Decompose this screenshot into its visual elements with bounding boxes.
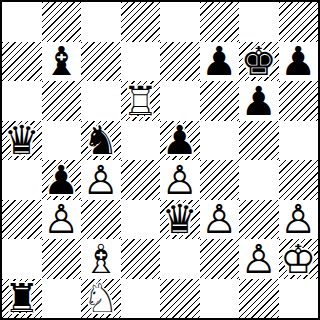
piece-black-queen-icon: ♛ bbox=[2, 121, 42, 161]
square-c6[interactable] bbox=[81, 81, 121, 121]
white-king-backing: ♚ bbox=[279, 239, 319, 279]
chess-board-frame: ♝♟♚♟♜♖♟♛♞♟♟♟♙♟♙♟♙♛♟♙♟♙♝♗♟♙♚♔♜♞♘ bbox=[0, 0, 320, 320]
square-e3[interactable]: ♛ bbox=[160, 200, 200, 240]
square-b2[interactable] bbox=[42, 239, 82, 279]
piece-white-pawn-icon: ♙ bbox=[239, 239, 279, 279]
square-e4[interactable]: ♟♙ bbox=[160, 160, 200, 200]
square-h7[interactable]: ♟ bbox=[279, 42, 319, 82]
piece-black-pawn-icon: ♟ bbox=[200, 42, 240, 82]
piece-white-pawn-icon: ♙ bbox=[81, 160, 121, 200]
square-e8[interactable] bbox=[160, 2, 200, 42]
square-c7[interactable] bbox=[81, 42, 121, 82]
square-b3[interactable]: ♟♙ bbox=[42, 200, 82, 240]
square-b6[interactable] bbox=[42, 81, 82, 121]
square-b5[interactable] bbox=[42, 121, 82, 161]
square-c1[interactable]: ♞♘ bbox=[81, 279, 121, 319]
piece-black-pawn-icon: ♟ bbox=[279, 42, 319, 82]
square-h1[interactable] bbox=[279, 279, 319, 319]
square-f2[interactable] bbox=[200, 239, 240, 279]
white-pawn-backing: ♟ bbox=[239, 239, 279, 279]
square-d7[interactable] bbox=[121, 42, 161, 82]
square-g3[interactable] bbox=[239, 200, 279, 240]
square-f7[interactable]: ♟ bbox=[200, 42, 240, 82]
square-e7[interactable] bbox=[160, 42, 200, 82]
square-g5[interactable] bbox=[239, 121, 279, 161]
square-h8[interactable] bbox=[279, 2, 319, 42]
square-a2[interactable] bbox=[2, 239, 42, 279]
square-c4[interactable]: ♟♙ bbox=[81, 160, 121, 200]
square-f6[interactable] bbox=[200, 81, 240, 121]
white-knight-backing: ♞ bbox=[81, 279, 121, 319]
square-c5[interactable]: ♞ bbox=[81, 121, 121, 161]
square-a8[interactable] bbox=[2, 2, 42, 42]
chess-board: ♝♟♚♟♜♖♟♛♞♟♟♟♙♟♙♟♙♛♟♙♟♙♝♗♟♙♚♔♜♞♘ bbox=[2, 2, 318, 318]
square-f5[interactable] bbox=[200, 121, 240, 161]
white-pawn-backing: ♟ bbox=[42, 200, 82, 240]
square-h3[interactable]: ♟♙ bbox=[279, 200, 319, 240]
square-f8[interactable] bbox=[200, 2, 240, 42]
piece-black-bishop-icon: ♝ bbox=[42, 42, 82, 82]
square-a1[interactable]: ♜ bbox=[2, 279, 42, 319]
square-a6[interactable] bbox=[2, 81, 42, 121]
square-b7[interactable]: ♝ bbox=[42, 42, 82, 82]
white-pawn-backing: ♟ bbox=[81, 160, 121, 200]
square-d4[interactable] bbox=[121, 160, 161, 200]
square-h6[interactable] bbox=[279, 81, 319, 121]
square-c3[interactable] bbox=[81, 200, 121, 240]
piece-white-pawn-icon: ♙ bbox=[279, 200, 319, 240]
piece-black-pawn-icon: ♟ bbox=[160, 121, 200, 161]
piece-white-pawn-icon: ♙ bbox=[160, 160, 200, 200]
piece-white-rook-icon: ♖ bbox=[121, 81, 161, 121]
square-a5[interactable]: ♛ bbox=[2, 121, 42, 161]
piece-black-king-icon: ♚ bbox=[239, 42, 279, 82]
square-g1[interactable] bbox=[239, 279, 279, 319]
square-h2[interactable]: ♚♔ bbox=[279, 239, 319, 279]
piece-black-rook-icon: ♜ bbox=[2, 279, 42, 319]
square-d1[interactable] bbox=[121, 279, 161, 319]
piece-black-pawn-icon: ♟ bbox=[42, 160, 82, 200]
piece-black-queen-icon: ♛ bbox=[160, 200, 200, 240]
square-g7[interactable]: ♚ bbox=[239, 42, 279, 82]
square-f4[interactable] bbox=[200, 160, 240, 200]
square-f1[interactable] bbox=[200, 279, 240, 319]
square-c8[interactable] bbox=[81, 2, 121, 42]
white-pawn-backing: ♟ bbox=[279, 200, 319, 240]
piece-white-king-icon: ♔ bbox=[279, 239, 319, 279]
piece-white-pawn-icon: ♙ bbox=[42, 200, 82, 240]
square-c2[interactable]: ♝♗ bbox=[81, 239, 121, 279]
square-b4[interactable]: ♟ bbox=[42, 160, 82, 200]
square-e1[interactable] bbox=[160, 279, 200, 319]
white-pawn-backing: ♟ bbox=[200, 200, 240, 240]
square-g8[interactable] bbox=[239, 2, 279, 42]
square-b1[interactable] bbox=[42, 279, 82, 319]
square-a4[interactable] bbox=[2, 160, 42, 200]
square-g4[interactable] bbox=[239, 160, 279, 200]
square-h4[interactable] bbox=[279, 160, 319, 200]
white-bishop-backing: ♝ bbox=[81, 239, 121, 279]
piece-white-bishop-icon: ♗ bbox=[81, 239, 121, 279]
square-a3[interactable] bbox=[2, 200, 42, 240]
square-d5[interactable] bbox=[121, 121, 161, 161]
white-pawn-backing: ♟ bbox=[160, 160, 200, 200]
square-d3[interactable] bbox=[121, 200, 161, 240]
piece-white-knight-icon: ♘ bbox=[81, 279, 121, 319]
square-e6[interactable] bbox=[160, 81, 200, 121]
square-f3[interactable]: ♟♙ bbox=[200, 200, 240, 240]
square-g2[interactable]: ♟♙ bbox=[239, 239, 279, 279]
square-d8[interactable] bbox=[121, 2, 161, 42]
square-b8[interactable] bbox=[42, 2, 82, 42]
square-d2[interactable] bbox=[121, 239, 161, 279]
white-rook-backing: ♜ bbox=[121, 81, 161, 121]
square-a7[interactable] bbox=[2, 42, 42, 82]
square-e5[interactable]: ♟ bbox=[160, 121, 200, 161]
piece-black-pawn-icon: ♟ bbox=[239, 81, 279, 121]
square-d6[interactable]: ♜♖ bbox=[121, 81, 161, 121]
square-e2[interactable] bbox=[160, 239, 200, 279]
square-h5[interactable] bbox=[279, 121, 319, 161]
square-g6[interactable]: ♟ bbox=[239, 81, 279, 121]
piece-black-knight-icon: ♞ bbox=[81, 121, 121, 161]
piece-white-pawn-icon: ♙ bbox=[200, 200, 240, 240]
